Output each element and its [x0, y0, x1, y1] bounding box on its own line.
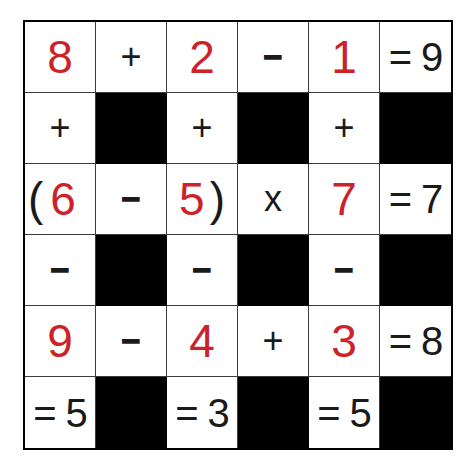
cell-r2c1: +	[25, 93, 96, 164]
cell-r6c5: = 5	[309, 377, 380, 448]
given-number: 8	[47, 34, 73, 80]
cell-r4c5: −	[309, 235, 380, 306]
blocked-cell-r6c2	[96, 377, 167, 448]
operator-symbol: = 9	[389, 37, 443, 77]
given-number: 6	[50, 176, 76, 222]
operator-symbol: +	[333, 110, 354, 146]
operator-symbol: −	[50, 248, 71, 292]
blocked-cell-r2c6	[380, 93, 451, 164]
blocked-cell-r2c4	[238, 93, 309, 164]
operator-symbol: = 3	[175, 393, 229, 433]
puzzle-page: 8+2−1= 9+++(6−5)x7= 7−−−9−4+3= 8= 5= 3= …	[0, 0, 474, 475]
cell-r3c2: −	[96, 164, 167, 235]
cell-r2c3: +	[167, 93, 238, 164]
given-number: 3	[331, 318, 357, 364]
cell-r5c2: −	[96, 306, 167, 377]
blocked-cell-r2c2	[96, 93, 167, 164]
given-number: 9	[47, 318, 73, 364]
cell-r4c3: −	[167, 235, 238, 306]
cell-r5c5: 3	[309, 306, 380, 377]
cell-r1c4: −	[238, 22, 309, 93]
given-number: 7	[331, 176, 357, 222]
operator-symbol: +	[262, 323, 283, 359]
puzzle-grid: 8+2−1= 9+++(6−5)x7= 7−−−9−4+3= 8= 5= 3= …	[23, 20, 453, 450]
operator-symbol: = 5	[33, 393, 87, 433]
cell-r3c1: (6	[25, 164, 96, 235]
operator-symbol: = 5	[317, 393, 371, 433]
given-number: 4	[189, 318, 215, 364]
cell-r6c1: = 5	[25, 377, 96, 448]
operator-symbol: +	[120, 39, 141, 75]
cell-r3c4: x	[238, 164, 309, 235]
blocked-cell-r4c6	[380, 235, 451, 306]
operator-symbol: +	[49, 110, 70, 146]
cell-r5c4: +	[238, 306, 309, 377]
operator-symbol: −	[121, 177, 142, 221]
operator-symbol: )	[210, 176, 225, 222]
cell-r1c3: 2	[167, 22, 238, 93]
blocked-cell-r4c4	[238, 235, 309, 306]
operator-symbol: x	[264, 181, 282, 217]
cell-r1c5: 1	[309, 22, 380, 93]
cell-r1c2: +	[96, 22, 167, 93]
operator-symbol: = 8	[389, 321, 443, 361]
given-number: 2	[189, 34, 215, 80]
blocked-cell-r4c2	[96, 235, 167, 306]
operator-symbol: −	[334, 248, 355, 292]
cell-r3c3: 5)	[167, 164, 238, 235]
operator-symbol: = 7	[389, 179, 443, 219]
cell-r4c1: −	[25, 235, 96, 306]
cell-r2c5: +	[309, 93, 380, 164]
cell-r3c6: = 7	[380, 164, 451, 235]
given-number: 5	[179, 176, 205, 222]
cell-r5c3: 4	[167, 306, 238, 377]
operator-symbol: −	[263, 35, 284, 79]
cell-r1c1: 8	[25, 22, 96, 93]
operator-symbol: −	[192, 248, 213, 292]
cell-r6c3: = 3	[167, 377, 238, 448]
cell-r1c6: = 9	[380, 22, 451, 93]
blocked-cell-r6c4	[238, 377, 309, 448]
given-number: 1	[331, 34, 357, 80]
blocked-cell-r6c6	[380, 377, 451, 448]
operator-symbol: (	[28, 176, 43, 222]
cell-r3c5: 7	[309, 164, 380, 235]
operator-symbol: −	[121, 319, 142, 363]
cell-r5c6: = 8	[380, 306, 451, 377]
operator-symbol: +	[191, 110, 212, 146]
cell-r5c1: 9	[25, 306, 96, 377]
